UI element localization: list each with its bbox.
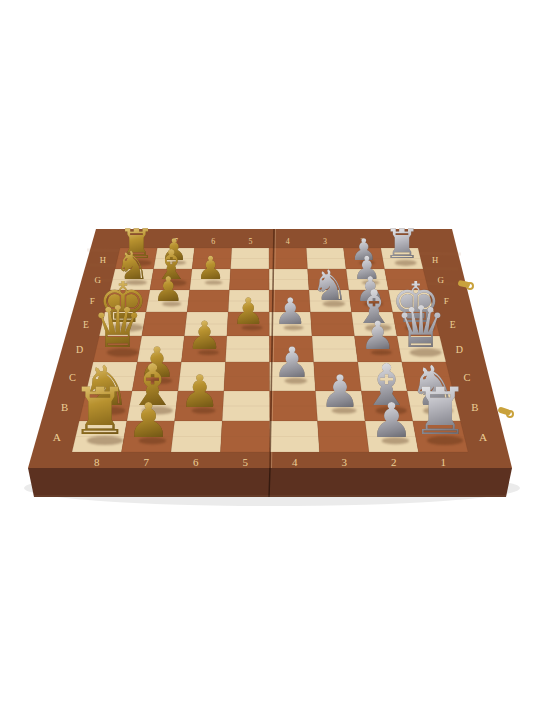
piece-silver-pawn-c4[interactable]: ♟ <box>273 342 311 384</box>
latch-hook-ring-upper <box>467 283 473 289</box>
piece-silver-pawn-d2[interactable]: ♟ <box>360 316 395 355</box>
piece-silver-pawn-e4[interactable]: ♟ <box>274 294 307 331</box>
rank-label-bottom-2: 2 <box>391 456 397 468</box>
piece-gold-queen-d8[interactable]: ♛ <box>92 299 144 357</box>
file-label-right-B: B <box>471 401 478 413</box>
rank-label-bottom-1: 1 <box>441 456 447 468</box>
rank-label-top-6: 6 <box>211 237 215 246</box>
piece-silver-pawn-b3[interactable]: ♟ <box>320 369 360 414</box>
product-photo: HGFEDCBAHGFEDCBA8765432187654321 ♜♟♟♜♞♝♟… <box>0 0 540 720</box>
piece-gold-pawn-b6[interactable]: ♟ <box>179 369 219 414</box>
file-label-right-D: D <box>456 344 463 355</box>
piece-gold-pawn-a7[interactable]: ♟ <box>127 396 170 444</box>
piece-gold-pawn-e5[interactable]: ♟ <box>232 294 265 331</box>
rank-label-bottom-6: 6 <box>193 456 199 468</box>
rank-label-bottom-7: 7 <box>144 456 150 468</box>
piece-silver-pawn-a2[interactable]: ♟ <box>370 396 413 444</box>
piece-gold-pawn-g6[interactable]: ♟ <box>196 253 225 285</box>
file-label-left-H: H <box>100 255 106 265</box>
piece-silver-knight-f3[interactable]: ♞ <box>311 265 348 307</box>
rank-label-bottom-8: 8 <box>94 456 100 468</box>
file-label-left-D: D <box>76 344 83 355</box>
piece-gold-pawn-f7[interactable]: ♟ <box>153 272 184 306</box>
rank-label-top-5: 5 <box>248 237 252 246</box>
board-side-seam <box>269 468 270 497</box>
rank-label-bottom-4: 4 <box>292 456 298 468</box>
file-label-right-A: A <box>479 431 488 443</box>
piece-silver-rook-a1[interactable]: ♜ <box>411 380 469 445</box>
piece-silver-queen-d1[interactable]: ♛ <box>395 299 447 357</box>
piece-silver-rook-h1[interactable]: ♜ <box>384 225 420 265</box>
file-label-left-B: B <box>61 401 68 413</box>
piece-gold-rook-a8[interactable]: ♜ <box>71 380 129 445</box>
piece-gold-pawn-d6[interactable]: ♟ <box>187 316 222 355</box>
rank-label-bottom-5: 5 <box>243 456 249 468</box>
file-label-right-H: H <box>432 255 438 265</box>
file-label-left-A: A <box>53 431 62 443</box>
file-label-right-E: E <box>450 319 456 330</box>
rank-label-top-3: 3 <box>323 237 327 246</box>
file-label-left-E: E <box>83 319 89 330</box>
rank-label-top-4: 4 <box>286 237 290 246</box>
rank-label-bottom-3: 3 <box>342 456 348 468</box>
